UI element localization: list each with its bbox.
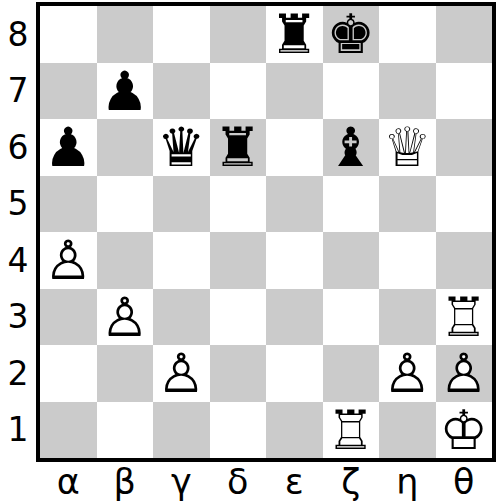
square-d4[interactable] bbox=[210, 232, 267, 289]
square-b3[interactable]: ♟♙ bbox=[97, 289, 154, 346]
square-d3[interactable] bbox=[210, 289, 267, 346]
file-label-e: ε bbox=[266, 462, 323, 501]
square-f2[interactable] bbox=[323, 345, 380, 402]
square-f5[interactable] bbox=[323, 176, 380, 233]
square-b4[interactable] bbox=[97, 232, 154, 289]
square-h4[interactable] bbox=[436, 232, 493, 289]
square-a4[interactable]: ♟♙ bbox=[40, 232, 97, 289]
square-e4[interactable] bbox=[266, 232, 323, 289]
square-e8[interactable]: ♜ bbox=[266, 6, 323, 63]
black-pawn[interactable]: ♟ bbox=[40, 119, 97, 176]
square-b6[interactable] bbox=[97, 119, 154, 176]
square-c5[interactable] bbox=[153, 176, 210, 233]
rank-label-7: 7 bbox=[0, 63, 36, 120]
rank-label-4: 4 bbox=[0, 232, 36, 289]
chess-diagram: 87654321 ♜♚♟♟♛♜♝♛♕♟♙♟♙♜♖♟♙♟♙♟♙♜♖♚♔ αβγδε… bbox=[0, 0, 499, 502]
square-e7[interactable] bbox=[266, 63, 323, 120]
square-c1[interactable] bbox=[153, 402, 210, 459]
square-f7[interactable] bbox=[323, 63, 380, 120]
board-grid: ♜♚♟♟♛♜♝♛♕♟♙♟♙♜♖♟♙♟♙♟♙♜♖♚♔ bbox=[36, 2, 496, 462]
square-b2[interactable] bbox=[97, 345, 154, 402]
square-b8[interactable] bbox=[97, 6, 154, 63]
square-h6[interactable] bbox=[436, 119, 493, 176]
square-a1[interactable] bbox=[40, 402, 97, 459]
square-e5[interactable] bbox=[266, 176, 323, 233]
square-g2[interactable]: ♟♙ bbox=[379, 345, 436, 402]
square-f6[interactable]: ♝ bbox=[323, 119, 380, 176]
white-rook[interactable]: ♖ bbox=[323, 402, 380, 459]
rank-label-8: 8 bbox=[0, 6, 36, 63]
square-d5[interactable] bbox=[210, 176, 267, 233]
black-rook[interactable]: ♜ bbox=[210, 119, 267, 176]
rank-label-2: 2 bbox=[0, 345, 36, 402]
square-g8[interactable] bbox=[379, 6, 436, 63]
square-g7[interactable] bbox=[379, 63, 436, 120]
square-c3[interactable] bbox=[153, 289, 210, 346]
file-label-f: ζ bbox=[323, 462, 380, 501]
square-e3[interactable] bbox=[266, 289, 323, 346]
square-d8[interactable] bbox=[210, 6, 267, 63]
square-e1[interactable] bbox=[266, 402, 323, 459]
rank-label-3: 3 bbox=[0, 289, 36, 346]
square-a3[interactable] bbox=[40, 289, 97, 346]
square-h8[interactable] bbox=[436, 6, 493, 63]
rank-label-6: 6 bbox=[0, 119, 36, 176]
file-label-g: η bbox=[379, 462, 436, 501]
square-c8[interactable] bbox=[153, 6, 210, 63]
square-h7[interactable] bbox=[436, 63, 493, 120]
white-king[interactable]: ♔ bbox=[436, 402, 493, 459]
square-a7[interactable] bbox=[40, 63, 97, 120]
white-pawn[interactable]: ♙ bbox=[153, 345, 210, 402]
black-queen[interactable]: ♛ bbox=[153, 119, 210, 176]
rank-labels-column: 87654321 bbox=[0, 6, 36, 458]
square-h1[interactable]: ♚♔ bbox=[436, 402, 493, 459]
square-g4[interactable] bbox=[379, 232, 436, 289]
square-d6[interactable]: ♜ bbox=[210, 119, 267, 176]
white-pawn[interactable]: ♙ bbox=[97, 289, 154, 346]
square-g1[interactable] bbox=[379, 402, 436, 459]
rank-label-5: 5 bbox=[0, 176, 36, 233]
white-pawn[interactable]: ♙ bbox=[379, 345, 436, 402]
file-label-h: θ bbox=[436, 462, 493, 501]
file-labels-row: αβγδεζηθ bbox=[40, 462, 499, 501]
rank-label-1: 1 bbox=[0, 402, 36, 459]
square-a8[interactable] bbox=[40, 6, 97, 63]
square-b7[interactable]: ♟ bbox=[97, 63, 154, 120]
square-d1[interactable] bbox=[210, 402, 267, 459]
square-f8[interactable]: ♚ bbox=[323, 6, 380, 63]
square-e6[interactable] bbox=[266, 119, 323, 176]
square-g6[interactable]: ♛♕ bbox=[379, 119, 436, 176]
black-pawn[interactable]: ♟ bbox=[97, 63, 154, 120]
white-pawn[interactable]: ♙ bbox=[436, 345, 493, 402]
black-bishop[interactable]: ♝ bbox=[323, 119, 380, 176]
board-with-rank-labels: 87654321 ♜♚♟♟♛♜♝♛♕♟♙♟♙♜♖♟♙♟♙♟♙♜♖♚♔ bbox=[0, 0, 499, 462]
square-c7[interactable] bbox=[153, 63, 210, 120]
file-label-c: γ bbox=[153, 462, 210, 501]
square-d7[interactable] bbox=[210, 63, 267, 120]
square-a6[interactable]: ♟ bbox=[40, 119, 97, 176]
square-g5[interactable] bbox=[379, 176, 436, 233]
white-rook[interactable]: ♖ bbox=[436, 289, 493, 346]
square-g3[interactable] bbox=[379, 289, 436, 346]
square-d2[interactable] bbox=[210, 345, 267, 402]
square-c6[interactable]: ♛ bbox=[153, 119, 210, 176]
square-h2[interactable]: ♟♙ bbox=[436, 345, 493, 402]
file-label-a: α bbox=[40, 462, 97, 501]
file-label-b: β bbox=[97, 462, 154, 501]
square-h5[interactable] bbox=[436, 176, 493, 233]
square-f1[interactable]: ♜♖ bbox=[323, 402, 380, 459]
square-f4[interactable] bbox=[323, 232, 380, 289]
white-pawn[interactable]: ♙ bbox=[40, 232, 97, 289]
square-a2[interactable] bbox=[40, 345, 97, 402]
square-c4[interactable] bbox=[153, 232, 210, 289]
square-b5[interactable] bbox=[97, 176, 154, 233]
square-e2[interactable] bbox=[266, 345, 323, 402]
square-a5[interactable] bbox=[40, 176, 97, 233]
square-h3[interactable]: ♜♖ bbox=[436, 289, 493, 346]
black-rook[interactable]: ♜ bbox=[266, 6, 323, 63]
square-c2[interactable]: ♟♙ bbox=[153, 345, 210, 402]
square-f3[interactable] bbox=[323, 289, 380, 346]
file-label-d: δ bbox=[210, 462, 267, 501]
white-queen[interactable]: ♕ bbox=[379, 119, 436, 176]
black-king[interactable]: ♚ bbox=[323, 6, 380, 63]
square-b1[interactable] bbox=[97, 402, 154, 459]
